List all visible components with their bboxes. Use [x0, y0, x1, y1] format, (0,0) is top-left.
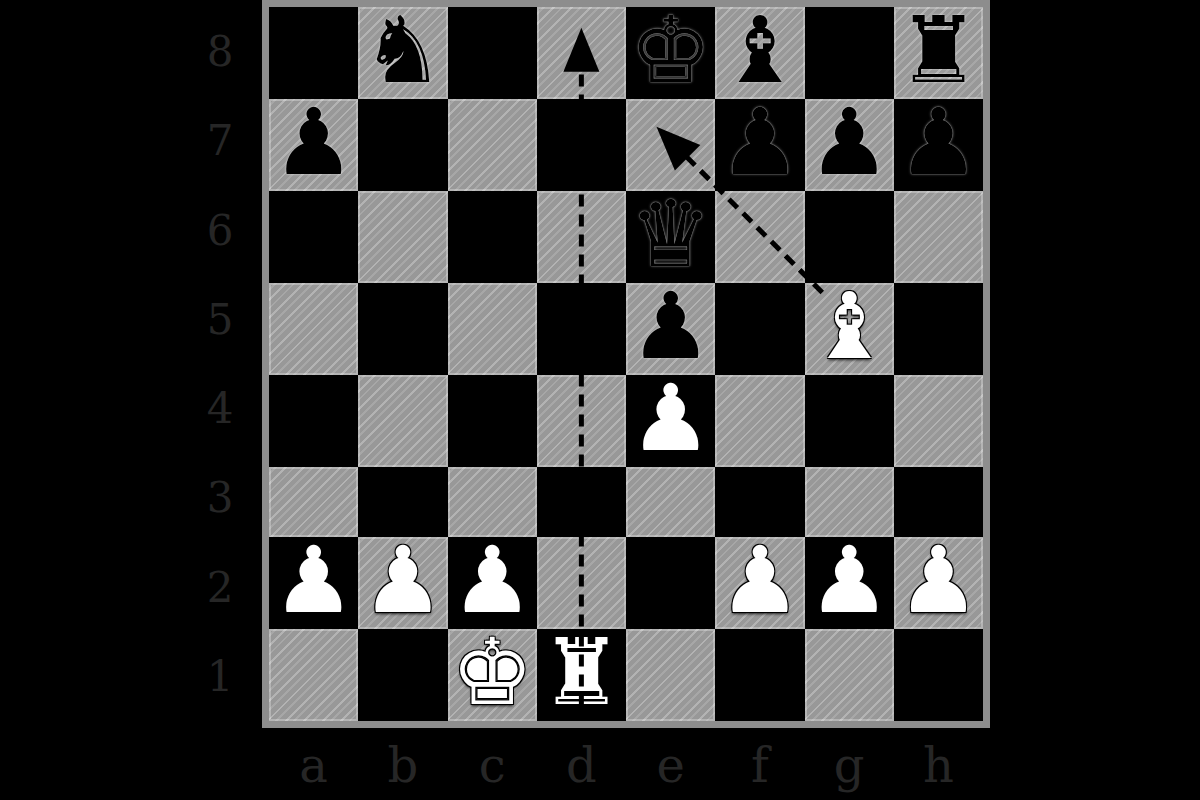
square-g2[interactable]: ♟ — [805, 537, 894, 629]
square-e4[interactable]: ♟ — [626, 375, 715, 467]
square-c7[interactable] — [448, 99, 537, 191]
black-pawn-e5[interactable]: ♟ — [629, 281, 711, 373]
file-label-f: f — [715, 733, 804, 797]
square-c2[interactable]: ♟ — [448, 537, 537, 629]
square-a7[interactable]: ♟ — [269, 99, 358, 191]
black-queen-e6[interactable]: ♛ — [629, 189, 711, 281]
square-c6[interactable] — [448, 191, 537, 283]
square-c4[interactable] — [448, 375, 537, 467]
white-pawn-h2[interactable]: ♟ — [897, 535, 979, 627]
square-g1[interactable] — [805, 629, 894, 721]
square-d7[interactable] — [537, 99, 626, 191]
square-a4[interactable] — [269, 375, 358, 467]
square-h7[interactable]: ♟ — [894, 99, 983, 191]
black-pawn-f7[interactable]: ♟ — [719, 97, 801, 189]
black-pawn-a7[interactable]: ♟ — [272, 97, 354, 189]
square-f6[interactable] — [715, 191, 804, 283]
rank-label-3: 3 — [188, 453, 252, 542]
square-b5[interactable] — [358, 283, 447, 375]
file-label-e: e — [626, 733, 715, 797]
file-label-a: a — [269, 733, 358, 797]
square-g5[interactable]: ♝ — [805, 283, 894, 375]
rank-label-7: 7 — [188, 96, 252, 185]
chess-diagram: 87654321 ♞♚♝♜♟♟♟♟♛♟♝♟♟♟♟♟♟♟♚♜ abcdefgh — [0, 0, 1200, 800]
square-b2[interactable]: ♟ — [358, 537, 447, 629]
square-e3[interactable] — [626, 467, 715, 537]
square-e8[interactable]: ♚ — [626, 7, 715, 99]
square-g8[interactable] — [805, 7, 894, 99]
rank-label-6: 6 — [188, 186, 252, 275]
rank-label-2: 2 — [188, 543, 252, 632]
board-grid: ♞♚♝♜♟♟♟♟♛♟♝♟♟♟♟♟♟♟♚♜ — [269, 7, 983, 721]
rank-label-1: 1 — [188, 632, 252, 721]
file-label-c: c — [448, 733, 537, 797]
square-b1[interactable] — [358, 629, 447, 721]
square-f1[interactable] — [715, 629, 804, 721]
square-h5[interactable] — [894, 283, 983, 375]
white-pawn-b2[interactable]: ♟ — [362, 535, 444, 627]
square-c1[interactable]: ♚ — [448, 629, 537, 721]
black-king-e8[interactable]: ♚ — [629, 5, 711, 97]
square-e5[interactable]: ♟ — [626, 283, 715, 375]
square-g7[interactable]: ♟ — [805, 99, 894, 191]
square-a5[interactable] — [269, 283, 358, 375]
square-f7[interactable]: ♟ — [715, 99, 804, 191]
square-b8[interactable]: ♞ — [358, 7, 447, 99]
square-g6[interactable] — [805, 191, 894, 283]
square-e7[interactable] — [626, 99, 715, 191]
square-a1[interactable] — [269, 629, 358, 721]
square-h6[interactable] — [894, 191, 983, 283]
file-label-h: h — [894, 733, 983, 797]
white-rook-d1[interactable]: ♜ — [540, 627, 622, 719]
square-e1[interactable] — [626, 629, 715, 721]
square-d6[interactable] — [537, 191, 626, 283]
square-d1[interactable]: ♜ — [537, 629, 626, 721]
white-bishop-g5[interactable]: ♝ — [808, 281, 890, 373]
square-a6[interactable] — [269, 191, 358, 283]
square-c8[interactable] — [448, 7, 537, 99]
square-e2[interactable] — [626, 537, 715, 629]
file-label-d: d — [537, 733, 626, 797]
white-pawn-c2[interactable]: ♟ — [451, 535, 533, 627]
square-f5[interactable] — [715, 283, 804, 375]
black-bishop-f8[interactable]: ♝ — [719, 5, 801, 97]
square-d2[interactable] — [537, 537, 626, 629]
file-label-b: b — [358, 733, 447, 797]
square-e6[interactable]: ♛ — [626, 191, 715, 283]
square-h4[interactable] — [894, 375, 983, 467]
white-pawn-g2[interactable]: ♟ — [808, 535, 890, 627]
rank-label-5: 5 — [188, 275, 252, 364]
square-b4[interactable] — [358, 375, 447, 467]
white-king-c1[interactable]: ♚ — [451, 627, 533, 719]
file-labels: abcdefgh — [269, 733, 983, 797]
black-knight-b8[interactable]: ♞ — [362, 5, 444, 97]
square-g4[interactable] — [805, 375, 894, 467]
square-h1[interactable] — [894, 629, 983, 721]
square-f2[interactable]: ♟ — [715, 537, 804, 629]
square-a2[interactable]: ♟ — [269, 537, 358, 629]
white-pawn-e4[interactable]: ♟ — [629, 373, 711, 465]
square-d4[interactable] — [537, 375, 626, 467]
white-pawn-a2[interactable]: ♟ — [272, 535, 354, 627]
square-f4[interactable] — [715, 375, 804, 467]
square-a8[interactable] — [269, 7, 358, 99]
black-pawn-h7[interactable]: ♟ — [897, 97, 979, 189]
rank-label-8: 8 — [188, 7, 252, 96]
chess-board: ♞♚♝♜♟♟♟♟♛♟♝♟♟♟♟♟♟♟♚♜ — [262, 0, 990, 728]
square-b7[interactable] — [358, 99, 447, 191]
square-b6[interactable] — [358, 191, 447, 283]
rank-label-4: 4 — [188, 364, 252, 453]
rank-labels: 87654321 — [188, 7, 252, 721]
square-d3[interactable] — [537, 467, 626, 537]
black-rook-h8[interactable]: ♜ — [897, 5, 979, 97]
square-c5[interactable] — [448, 283, 537, 375]
square-h8[interactable]: ♜ — [894, 7, 983, 99]
black-pawn-g7[interactable]: ♟ — [808, 97, 890, 189]
square-d8[interactable] — [537, 7, 626, 99]
square-h2[interactable]: ♟ — [894, 537, 983, 629]
white-pawn-f2[interactable]: ♟ — [719, 535, 801, 627]
square-f8[interactable]: ♝ — [715, 7, 804, 99]
file-label-g: g — [805, 733, 894, 797]
square-d5[interactable] — [537, 283, 626, 375]
